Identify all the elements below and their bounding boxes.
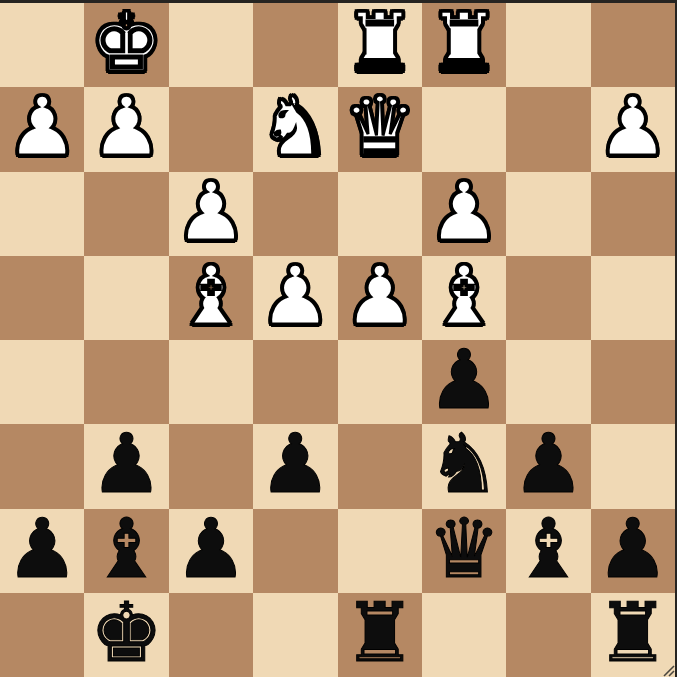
page: ♚♜♜♟♟♞♛♟♟♟♝♟♟♝♟♟♟♞♟♟♝♟♛♝♟♚♜♜ bbox=[0, 0, 677, 677]
square-f6[interactable] bbox=[169, 424, 253, 508]
black-pawn[interactable]: ♟ bbox=[90, 424, 164, 505]
square-a3[interactable] bbox=[591, 172, 675, 256]
square-e7[interactable] bbox=[253, 509, 337, 593]
square-c6[interactable]: ♞ bbox=[422, 424, 506, 508]
square-b1[interactable] bbox=[506, 3, 590, 87]
square-a6[interactable] bbox=[591, 424, 675, 508]
square-f3[interactable]: ♟ bbox=[169, 172, 253, 256]
square-g4[interactable] bbox=[84, 256, 168, 340]
square-c2[interactable] bbox=[422, 87, 506, 171]
board-resize-handle[interactable] bbox=[659, 661, 675, 677]
square-e6[interactable]: ♟ bbox=[253, 424, 337, 508]
square-e4[interactable]: ♟ bbox=[253, 256, 337, 340]
black-bishop[interactable]: ♝ bbox=[512, 509, 586, 590]
square-b3[interactable] bbox=[506, 172, 590, 256]
square-a1[interactable] bbox=[591, 3, 675, 87]
square-d6[interactable] bbox=[338, 424, 422, 508]
chess-board: ♚♜♜♟♟♞♛♟♟♟♝♟♟♝♟♟♟♞♟♟♝♟♛♝♟♚♜♜ bbox=[0, 3, 675, 677]
square-e8[interactable] bbox=[253, 593, 337, 677]
white-queen[interactable]: ♛ bbox=[343, 87, 417, 168]
black-pawn[interactable]: ♟ bbox=[427, 340, 501, 421]
white-bishop[interactable]: ♝ bbox=[174, 256, 248, 337]
black-pawn[interactable]: ♟ bbox=[5, 509, 79, 590]
square-a5[interactable] bbox=[591, 340, 675, 424]
black-pawn[interactable]: ♟ bbox=[512, 424, 586, 505]
square-c1[interactable]: ♜ bbox=[422, 3, 506, 87]
square-h4[interactable] bbox=[0, 256, 84, 340]
square-g2[interactable]: ♟ bbox=[84, 87, 168, 171]
square-d8[interactable]: ♜ bbox=[338, 593, 422, 677]
black-queen[interactable]: ♛ bbox=[427, 509, 501, 590]
square-a7[interactable]: ♟ bbox=[591, 509, 675, 593]
square-d7[interactable] bbox=[338, 509, 422, 593]
square-g6[interactable]: ♟ bbox=[84, 424, 168, 508]
white-pawn[interactable]: ♟ bbox=[596, 87, 670, 168]
square-a4[interactable] bbox=[591, 256, 675, 340]
square-h2[interactable]: ♟ bbox=[0, 87, 84, 171]
square-e1[interactable] bbox=[253, 3, 337, 87]
black-pawn[interactable]: ♟ bbox=[596, 509, 670, 590]
white-pawn[interactable]: ♟ bbox=[174, 172, 248, 253]
square-g1[interactable]: ♚ bbox=[84, 3, 168, 87]
square-e3[interactable] bbox=[253, 172, 337, 256]
square-d5[interactable] bbox=[338, 340, 422, 424]
square-g5[interactable] bbox=[84, 340, 168, 424]
square-g3[interactable] bbox=[84, 172, 168, 256]
square-b6[interactable]: ♟ bbox=[506, 424, 590, 508]
square-h3[interactable] bbox=[0, 172, 84, 256]
square-b2[interactable] bbox=[506, 87, 590, 171]
square-e2[interactable]: ♞ bbox=[253, 87, 337, 171]
square-a2[interactable]: ♟ bbox=[591, 87, 675, 171]
square-f8[interactable] bbox=[169, 593, 253, 677]
square-d2[interactable]: ♛ bbox=[338, 87, 422, 171]
white-rook[interactable]: ♜ bbox=[343, 3, 417, 84]
white-pawn[interactable]: ♟ bbox=[90, 87, 164, 168]
black-king[interactable]: ♚ bbox=[90, 593, 164, 674]
square-c7[interactable]: ♛ bbox=[422, 509, 506, 593]
black-bishop[interactable]: ♝ bbox=[90, 509, 164, 590]
resize-icon bbox=[659, 661, 675, 677]
square-h7[interactable]: ♟ bbox=[0, 509, 84, 593]
square-d3[interactable] bbox=[338, 172, 422, 256]
square-b8[interactable] bbox=[506, 593, 590, 677]
square-f1[interactable] bbox=[169, 3, 253, 87]
white-bishop[interactable]: ♝ bbox=[427, 256, 501, 337]
square-f2[interactable] bbox=[169, 87, 253, 171]
black-pawn[interactable]: ♟ bbox=[174, 509, 248, 590]
square-f4[interactable]: ♝ bbox=[169, 256, 253, 340]
square-b5[interactable] bbox=[506, 340, 590, 424]
square-c3[interactable]: ♟ bbox=[422, 172, 506, 256]
black-knight[interactable]: ♞ bbox=[427, 424, 501, 505]
black-pawn[interactable]: ♟ bbox=[259, 424, 333, 505]
white-rook[interactable]: ♜ bbox=[427, 3, 501, 84]
white-pawn[interactable]: ♟ bbox=[343, 256, 417, 337]
square-e5[interactable] bbox=[253, 340, 337, 424]
white-pawn[interactable]: ♟ bbox=[427, 172, 501, 253]
square-f7[interactable]: ♟ bbox=[169, 509, 253, 593]
white-knight[interactable]: ♞ bbox=[259, 87, 333, 168]
square-h5[interactable] bbox=[0, 340, 84, 424]
square-c4[interactable]: ♝ bbox=[422, 256, 506, 340]
black-rook[interactable]: ♜ bbox=[343, 593, 417, 674]
square-g7[interactable]: ♝ bbox=[84, 509, 168, 593]
square-c5[interactable]: ♟ bbox=[422, 340, 506, 424]
square-d1[interactable]: ♜ bbox=[338, 3, 422, 87]
white-pawn[interactable]: ♟ bbox=[259, 256, 333, 337]
square-c8[interactable] bbox=[422, 593, 506, 677]
square-h8[interactable] bbox=[0, 593, 84, 677]
square-b7[interactable]: ♝ bbox=[506, 509, 590, 593]
square-h1[interactable] bbox=[0, 3, 84, 87]
square-h6[interactable] bbox=[0, 424, 84, 508]
white-pawn[interactable]: ♟ bbox=[5, 87, 79, 168]
square-f5[interactable] bbox=[169, 340, 253, 424]
square-d4[interactable]: ♟ bbox=[338, 256, 422, 340]
white-king[interactable]: ♚ bbox=[90, 3, 164, 84]
square-g8[interactable]: ♚ bbox=[84, 593, 168, 677]
square-b4[interactable] bbox=[506, 256, 590, 340]
